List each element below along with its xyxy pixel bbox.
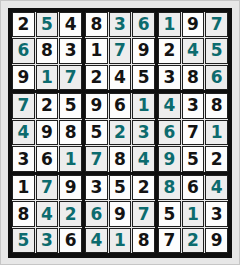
cell-r7c8[interactable]: 6 (182, 175, 205, 201)
cell-r2c5[interactable]: 7 (109, 38, 132, 64)
cell-r3c1[interactable]: 9 (12, 65, 35, 91)
cell-r4c5[interactable]: 6 (109, 93, 132, 119)
cell-r7c5[interactable]: 5 (109, 175, 132, 201)
cell-r2c2[interactable]: 8 (36, 38, 59, 64)
cell-r4c6[interactable]: 1 (132, 93, 155, 119)
cell-r3c6[interactable]: 5 (132, 65, 155, 91)
cell-r1c9[interactable]: 7 (205, 12, 228, 38)
cell-r3c5[interactable]: 4 (109, 65, 132, 91)
cell-r1c7[interactable]: 1 (158, 12, 181, 38)
cell-r8c3[interactable]: 2 (59, 201, 82, 227)
cell-r2c4[interactable]: 1 (85, 38, 108, 64)
cell-r1c3[interactable]: 4 (59, 12, 82, 38)
cell-r6c4[interactable]: 7 (85, 146, 108, 172)
cell-r1c5[interactable]: 3 (109, 12, 132, 38)
cell-r8c2[interactable]: 4 (36, 201, 59, 227)
cell-r3c9[interactable]: 6 (205, 65, 228, 91)
cell-r4c2[interactable]: 2 (36, 93, 59, 119)
cell-r5c7[interactable]: 6 (158, 120, 181, 146)
sudoku-box-8: 352697418 (85, 175, 155, 254)
sudoku-box-2: 836179245 (85, 12, 155, 91)
cell-r2c9[interactable]: 5 (205, 38, 228, 64)
cell-r4c3[interactable]: 5 (59, 93, 82, 119)
sudoku-box-1: 254683917 (12, 12, 82, 91)
cell-r5c3[interactable]: 8 (59, 120, 82, 146)
cell-r9c5[interactable]: 1 (109, 228, 132, 254)
cell-r2c1[interactable]: 6 (12, 38, 35, 64)
cell-r1c4[interactable]: 8 (85, 12, 108, 38)
cell-r1c1[interactable]: 2 (12, 12, 35, 38)
cell-r7c2[interactable]: 7 (36, 175, 59, 201)
cell-r4c8[interactable]: 3 (182, 93, 205, 119)
cell-r7c4[interactable]: 3 (85, 175, 108, 201)
cell-r8c4[interactable]: 6 (85, 201, 108, 227)
cell-r7c7[interactable]: 8 (158, 175, 181, 201)
cell-r3c4[interactable]: 2 (85, 65, 108, 91)
cell-r9c1[interactable]: 5 (12, 228, 35, 254)
cell-r2c3[interactable]: 3 (59, 38, 82, 64)
cell-r9c2[interactable]: 3 (36, 228, 59, 254)
cell-r5c2[interactable]: 9 (36, 120, 59, 146)
cell-r1c6[interactable]: 6 (132, 12, 155, 38)
cell-r2c6[interactable]: 9 (132, 38, 155, 64)
cell-r6c8[interactable]: 5 (182, 146, 205, 172)
cell-r9c6[interactable]: 8 (132, 228, 155, 254)
cell-r5c5[interactable]: 2 (109, 120, 132, 146)
cell-r6c2[interactable]: 6 (36, 146, 59, 172)
cell-r9c7[interactable]: 7 (158, 228, 181, 254)
cell-r3c2[interactable]: 1 (36, 65, 59, 91)
cell-r8c8[interactable]: 1 (182, 201, 205, 227)
sudoku-screen: 2546839178361792451972453867254983619615… (0, 0, 240, 265)
cell-r2c8[interactable]: 4 (182, 38, 205, 64)
cell-r6c9[interactable]: 2 (205, 146, 228, 172)
sudoku-box-5: 961523784 (85, 93, 155, 172)
cell-r3c7[interactable]: 3 (158, 65, 181, 91)
cell-r4c7[interactable]: 4 (158, 93, 181, 119)
sudoku-box-9: 864513729 (158, 175, 228, 254)
sudoku-box-7: 179842536 (12, 175, 82, 254)
cell-r6c1[interactable]: 3 (12, 146, 35, 172)
cell-r2c7[interactable]: 2 (158, 38, 181, 64)
cell-r7c3[interactable]: 9 (59, 175, 82, 201)
sudoku-box-3: 197245386 (158, 12, 228, 91)
cell-r8c7[interactable]: 5 (158, 201, 181, 227)
sudoku-box-4: 725498361 (12, 93, 82, 172)
cell-r4c1[interactable]: 7 (12, 93, 35, 119)
cell-r9c9[interactable]: 9 (205, 228, 228, 254)
cell-r5c4[interactable]: 5 (85, 120, 108, 146)
cell-r9c4[interactable]: 4 (85, 228, 108, 254)
cell-r4c9[interactable]: 8 (205, 93, 228, 119)
cell-r1c8[interactable]: 9 (182, 12, 205, 38)
cell-r4c4[interactable]: 9 (85, 93, 108, 119)
cell-r8c1[interactable]: 8 (12, 201, 35, 227)
cell-r9c3[interactable]: 6 (59, 228, 82, 254)
cell-r7c9[interactable]: 4 (205, 175, 228, 201)
cell-r7c1[interactable]: 1 (12, 175, 35, 201)
cell-r6c3[interactable]: 1 (59, 146, 82, 172)
cell-r5c9[interactable]: 1 (205, 120, 228, 146)
cell-r7c6[interactable]: 2 (132, 175, 155, 201)
cell-r1c2[interactable]: 5 (36, 12, 59, 38)
cell-r6c7[interactable]: 9 (158, 146, 181, 172)
cell-r8c9[interactable]: 3 (205, 201, 228, 227)
cell-r3c8[interactable]: 8 (182, 65, 205, 91)
cell-r6c6[interactable]: 4 (132, 146, 155, 172)
cell-r8c5[interactable]: 9 (109, 201, 132, 227)
sudoku-board: 2546839178361792451972453867254983619615… (8, 8, 232, 258)
cell-r5c6[interactable]: 3 (132, 120, 155, 146)
cell-r6c5[interactable]: 8 (109, 146, 132, 172)
cell-r8c6[interactable]: 7 (132, 201, 155, 227)
cell-r5c8[interactable]: 7 (182, 120, 205, 146)
sudoku-box-6: 438671952 (158, 93, 228, 172)
cell-r3c3[interactable]: 7 (59, 65, 82, 91)
cell-r5c1[interactable]: 4 (12, 120, 35, 146)
cell-r9c8[interactable]: 2 (182, 228, 205, 254)
